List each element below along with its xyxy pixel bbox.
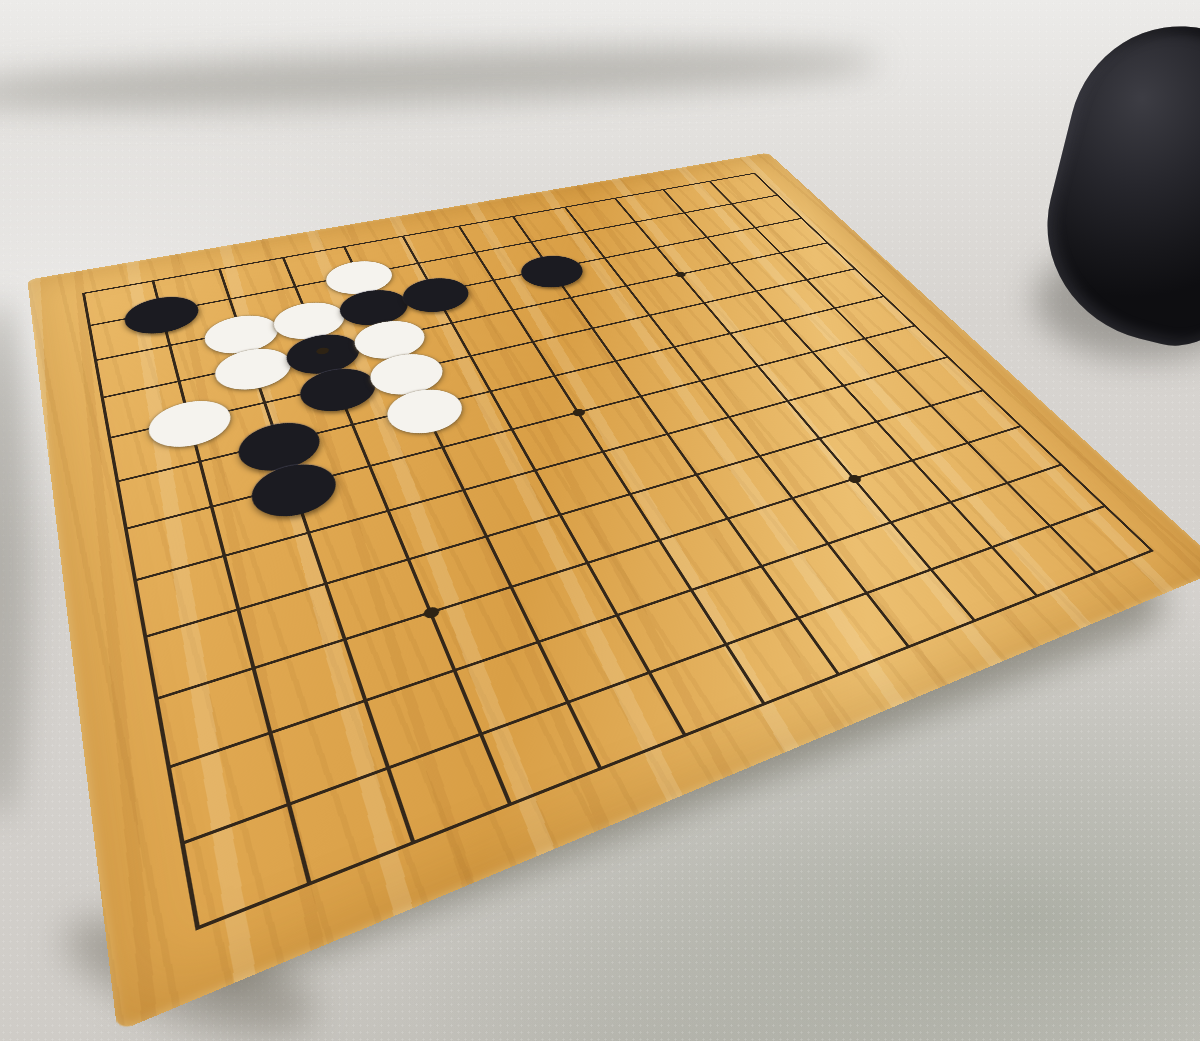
black-stone[interactable]: ● [238, 452, 347, 521]
white-stone[interactable]: ● [373, 379, 473, 437]
board-intersection[interactable]: ● [145, 392, 233, 450]
board-intersection[interactable]: ● [513, 250, 588, 289]
board-intersection[interactable]: ● [380, 381, 468, 436]
board-intersection[interactable]: ● [246, 454, 340, 519]
board-intersection[interactable]: ● [122, 290, 200, 336]
photo-scene: ●●●●●●●●●●●●●●●● [0, 0, 1200, 1041]
